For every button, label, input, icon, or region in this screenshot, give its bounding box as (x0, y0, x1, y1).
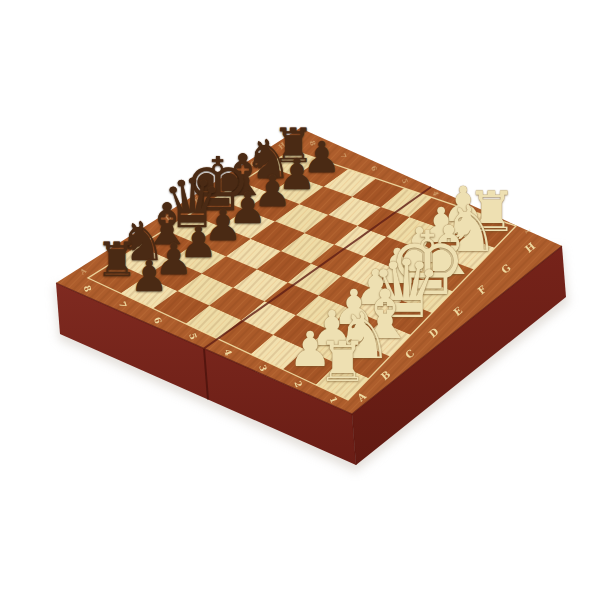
chess-set-photo: 1AA12BB23CC34DD45EE56FF67GG78HH8 ♜♞♝♛♚♝♞… (0, 0, 600, 600)
piece-white-rook-a1[interactable]: ♜ (317, 334, 367, 390)
chess-board: 1AA12BB23CC34DD45EE56FF67GG78HH8 (0, 0, 600, 600)
piece-black-pawn-a7[interactable]: ♟ (130, 255, 168, 298)
